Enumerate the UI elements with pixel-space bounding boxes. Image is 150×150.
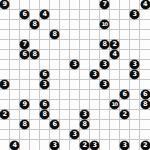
- cell-r3-c13[interactable]: [130, 30, 140, 40]
- cell-r2-c6[interactable]: [60, 20, 70, 30]
- cell-r7-c6[interactable]: [60, 70, 70, 80]
- cell-r3-c8[interactable]: [80, 30, 90, 40]
- cell-r7-c0[interactable]: [0, 70, 10, 80]
- shikaku-board: 9746438108782684333633333669610828328683…: [0, 0, 150, 150]
- cell-r8-c11[interactable]: [110, 80, 120, 90]
- cell-r7-c8[interactable]: [80, 70, 90, 80]
- cell-r12-c7[interactable]: [70, 120, 80, 130]
- cell-r10-c10[interactable]: [100, 100, 110, 110]
- cell-r3-c14[interactable]: [140, 30, 150, 40]
- cell-r14-c8[interactable]: 2: [80, 140, 90, 150]
- cell-r3-c3[interactable]: [30, 30, 40, 40]
- cell-r10-c6[interactable]: [60, 100, 70, 110]
- cell-r3-c4[interactable]: [40, 30, 50, 40]
- cell-r0-c10[interactable]: 7: [100, 0, 110, 10]
- cell-r7-c14[interactable]: [140, 70, 150, 80]
- cell-r0-c3[interactable]: [30, 0, 40, 10]
- cell-r9-c5[interactable]: [50, 90, 60, 100]
- cell-r12-c14[interactable]: [140, 120, 150, 130]
- cell-r11-c13[interactable]: [130, 110, 140, 120]
- clue-disc[interactable]: 6: [20, 10, 29, 19]
- clue-disc[interactable]: 6: [120, 90, 129, 99]
- cell-r4-c1[interactable]: [10, 40, 20, 50]
- clue-disc[interactable]: 3: [120, 141, 129, 150]
- cell-r5-c10[interactable]: [100, 50, 110, 60]
- cell-r5-c0[interactable]: [0, 50, 10, 60]
- cell-r8-c1[interactable]: [10, 80, 20, 90]
- cell-r13-c0[interactable]: [0, 130, 10, 140]
- clue-disc[interactable]: 8: [80, 120, 89, 129]
- cell-r5-c9[interactable]: [90, 50, 100, 60]
- clue-disc[interactable]: 6: [40, 70, 49, 79]
- cell-r9-c14[interactable]: 6: [140, 90, 150, 100]
- cell-r9-c1[interactable]: [10, 90, 20, 100]
- cell-r11-c5[interactable]: [50, 110, 60, 120]
- cell-r14-c13[interactable]: [130, 140, 140, 150]
- cell-r11-c10[interactable]: [100, 110, 110, 120]
- cell-r4-c3[interactable]: [30, 40, 40, 50]
- cell-r10-c0[interactable]: [0, 100, 10, 110]
- cell-r14-c6[interactable]: [60, 140, 70, 150]
- clue-disc[interactable]: 6: [141, 90, 150, 99]
- clue-disc[interactable]: 6: [40, 100, 49, 109]
- cell-r14-c0[interactable]: [0, 140, 10, 150]
- clue-disc[interactable]: 3: [90, 141, 99, 150]
- cell-r4-c5[interactable]: [50, 40, 60, 50]
- cell-r1-c1[interactable]: [10, 10, 20, 20]
- cell-r0-c14[interactable]: 4: [140, 0, 150, 10]
- cell-r8-c3[interactable]: [30, 80, 40, 90]
- cell-r13-c13[interactable]: [130, 130, 140, 140]
- cell-r14-c14[interactable]: 2: [140, 140, 150, 150]
- cell-r9-c10[interactable]: [100, 90, 110, 100]
- cell-r9-c13[interactable]: [130, 90, 140, 100]
- cell-r8-c12[interactable]: [120, 80, 130, 90]
- cell-r3-c1[interactable]: [10, 30, 20, 40]
- cell-r12-c4[interactable]: [40, 120, 50, 130]
- cell-r12-c9[interactable]: [90, 120, 100, 130]
- cell-r13-c1[interactable]: [10, 130, 20, 140]
- cell-r1-c2[interactable]: 6: [20, 10, 30, 20]
- cell-r10-c14[interactable]: 8: [140, 100, 150, 110]
- cell-r12-c12[interactable]: [120, 120, 130, 130]
- clue-disc[interactable]: 8: [40, 110, 49, 119]
- clue-disc[interactable]: 10: [100, 20, 109, 29]
- cell-r6-c6[interactable]: [60, 60, 70, 70]
- cell-r12-c1[interactable]: [10, 120, 20, 130]
- cell-r1-c7[interactable]: [70, 10, 80, 20]
- cell-r3-c10[interactable]: [100, 30, 110, 40]
- cell-r7-c5[interactable]: [50, 70, 60, 80]
- cell-r12-c13[interactable]: [130, 120, 140, 130]
- cell-r2-c13[interactable]: [130, 20, 140, 30]
- cell-r4-c9[interactable]: [90, 40, 100, 50]
- cell-r0-c1[interactable]: [10, 0, 20, 10]
- cell-r2-c11[interactable]: [110, 20, 120, 30]
- cell-r1-c12[interactable]: [120, 10, 130, 20]
- cell-r4-c13[interactable]: [130, 40, 140, 50]
- cell-r2-c2[interactable]: [20, 20, 30, 30]
- clue-disc[interactable]: 2: [110, 40, 119, 49]
- cell-r7-c12[interactable]: [120, 70, 130, 80]
- cell-r4-c8[interactable]: [80, 40, 90, 50]
- cell-r6-c13[interactable]: 3: [130, 60, 140, 70]
- cell-r14-c3[interactable]: [30, 140, 40, 150]
- clue-disc[interactable]: 8: [30, 20, 39, 29]
- cell-r2-c14[interactable]: [140, 20, 150, 30]
- cell-r8-c7[interactable]: [70, 80, 80, 90]
- cell-r2-c9[interactable]: [90, 20, 100, 30]
- cell-r11-c14[interactable]: [140, 110, 150, 120]
- cell-r4-c0[interactable]: [0, 40, 10, 50]
- cell-r7-c10[interactable]: [100, 70, 110, 80]
- cell-r7-c3[interactable]: [30, 70, 40, 80]
- cell-r6-c5[interactable]: [50, 60, 60, 70]
- cell-r11-c1[interactable]: [10, 110, 20, 120]
- clue-disc[interactable]: 4: [10, 141, 19, 150]
- clue-disc[interactable]: 8: [141, 100, 150, 109]
- cell-r1-c9[interactable]: [90, 10, 100, 20]
- clue-disc[interactable]: 8: [100, 40, 109, 49]
- cell-r14-c2[interactable]: [20, 140, 30, 150]
- cell-r8-c9[interactable]: [90, 80, 100, 90]
- cell-r9-c2[interactable]: [20, 90, 30, 100]
- cell-r3-c0[interactable]: [0, 30, 10, 40]
- cell-r12-c6[interactable]: [60, 120, 70, 130]
- cell-r8-c8[interactable]: [80, 80, 90, 90]
- cell-r2-c5[interactable]: [50, 20, 60, 30]
- cell-r0-c6[interactable]: [60, 0, 70, 10]
- cell-r4-c10[interactable]: 8: [100, 40, 110, 50]
- cell-r11-c6[interactable]: [60, 110, 70, 120]
- cell-r1-c5[interactable]: [50, 10, 60, 20]
- cell-r4-c12[interactable]: [120, 40, 130, 50]
- clue-disc[interactable]: 3: [130, 10, 139, 19]
- cell-r9-c9[interactable]: [90, 90, 100, 100]
- cell-r1-c13[interactable]: 3: [130, 10, 140, 20]
- cell-r5-c5[interactable]: [50, 50, 60, 60]
- cell-r5-c11[interactable]: 4: [110, 50, 120, 60]
- cell-r14-c11[interactable]: [110, 140, 120, 150]
- cell-r2-c12[interactable]: [120, 20, 130, 30]
- cell-r8-c5[interactable]: [50, 80, 60, 90]
- cell-r3-c9[interactable]: [90, 30, 100, 40]
- cell-r10-c9[interactable]: [90, 100, 100, 110]
- clue-disc[interactable]: 6: [20, 50, 29, 59]
- clue-disc[interactable]: 8: [20, 120, 29, 129]
- clue-disc[interactable]: 8: [50, 30, 59, 39]
- cell-r13-c2[interactable]: [20, 130, 30, 140]
- cell-r13-c7[interactable]: 3: [70, 130, 80, 140]
- cell-r0-c9[interactable]: [90, 0, 100, 10]
- cell-r7-c13[interactable]: 3: [130, 70, 140, 80]
- cell-r13-c4[interactable]: [40, 130, 50, 140]
- cell-r0-c5[interactable]: [50, 0, 60, 10]
- cell-r8-c10[interactable]: 3: [100, 80, 110, 90]
- cell-r1-c0[interactable]: [0, 10, 10, 20]
- clue-disc[interactable]: 10: [110, 100, 119, 109]
- cell-r6-c9[interactable]: [90, 60, 100, 70]
- cell-r0-c2[interactable]: [20, 0, 30, 10]
- cell-r5-c13[interactable]: [130, 50, 140, 60]
- cell-r8-c0[interactable]: 3: [0, 80, 10, 90]
- cell-r14-c9[interactable]: 3: [90, 140, 100, 150]
- cell-r9-c12[interactable]: 6: [120, 90, 130, 100]
- clue-disc[interactable]: 3: [70, 130, 79, 139]
- cell-r5-c1[interactable]: [10, 50, 20, 60]
- cell-r11-c2[interactable]: [20, 110, 30, 120]
- cell-r7-c1[interactable]: [10, 70, 20, 80]
- cell-r14-c5[interactable]: 3: [50, 140, 60, 150]
- cell-r2-c10[interactable]: 10: [100, 20, 110, 30]
- cell-r3-c11[interactable]: [110, 30, 120, 40]
- cell-r5-c6[interactable]: [60, 50, 70, 60]
- cell-r1-c8[interactable]: [80, 10, 90, 20]
- cell-r11-c0[interactable]: 2: [0, 110, 10, 120]
- cell-r1-c10[interactable]: [100, 10, 110, 20]
- cell-r14-c12[interactable]: 3: [120, 140, 130, 150]
- cell-r2-c0[interactable]: [0, 20, 10, 30]
- cell-r2-c3[interactable]: 8: [30, 20, 40, 30]
- cell-r9-c11[interactable]: [110, 90, 120, 100]
- cell-r12-c11[interactable]: [110, 120, 120, 130]
- cell-r13-c11[interactable]: [110, 130, 120, 140]
- puzzle-board-wrapper: 9746438108782684333633333669610828328683…: [0, 0, 150, 150]
- clue-disc[interactable]: 2: [0, 110, 9, 119]
- cell-r10-c5[interactable]: [50, 100, 60, 110]
- cell-r8-c14[interactable]: [140, 80, 150, 90]
- cell-r6-c12[interactable]: [120, 60, 130, 70]
- clue-disc[interactable]: 4: [40, 10, 49, 19]
- cell-r13-c9[interactable]: [90, 130, 100, 140]
- clue-disc[interactable]: 3: [40, 80, 49, 89]
- cell-r11-c7[interactable]: [70, 110, 80, 120]
- cell-r13-c14[interactable]: [140, 130, 150, 140]
- cell-r8-c13[interactable]: [130, 80, 140, 90]
- clue-disc[interactable]: 4: [141, 0, 150, 9]
- clue-disc[interactable]: 8: [30, 50, 39, 59]
- cell-r10-c3[interactable]: [30, 100, 40, 110]
- cell-r10-c13[interactable]: [130, 100, 140, 110]
- cell-r12-c3[interactable]: [30, 120, 40, 130]
- cell-r5-c3[interactable]: 8: [30, 50, 40, 60]
- cell-r2-c8[interactable]: [80, 20, 90, 30]
- cell-r11-c4[interactable]: 8: [40, 110, 50, 120]
- cell-r1-c11[interactable]: [110, 10, 120, 20]
- cell-r2-c7[interactable]: [70, 20, 80, 30]
- cell-r8-c4[interactable]: 3: [40, 80, 50, 90]
- clue-disc[interactable]: 3: [90, 70, 99, 79]
- cell-r11-c8[interactable]: 3: [80, 110, 90, 120]
- cell-r13-c3[interactable]: [30, 130, 40, 140]
- cell-r14-c7[interactable]: [70, 140, 80, 150]
- cell-r8-c2[interactable]: [20, 80, 30, 90]
- cell-r11-c11[interactable]: [110, 110, 120, 120]
- cell-r7-c2[interactable]: [20, 70, 30, 80]
- cell-r3-c12[interactable]: [120, 30, 130, 40]
- cell-r7-c7[interactable]: [70, 70, 80, 80]
- cell-r3-c6[interactable]: [60, 30, 70, 40]
- clue-disc[interactable]: 2: [120, 110, 129, 119]
- cell-r6-c10[interactable]: 3: [100, 60, 110, 70]
- cell-r4-c11[interactable]: 2: [110, 40, 120, 50]
- cell-r7-c11[interactable]: [110, 70, 120, 80]
- cell-r12-c8[interactable]: 8: [80, 120, 90, 130]
- cell-r5-c8[interactable]: [80, 50, 90, 60]
- cell-r11-c9[interactable]: [90, 110, 100, 120]
- cell-r14-c1[interactable]: 4: [10, 140, 20, 150]
- clue-disc[interactable]: 4: [110, 50, 119, 59]
- cell-r14-c4[interactable]: [40, 140, 50, 150]
- cell-r9-c4[interactable]: [40, 90, 50, 100]
- cell-r6-c0[interactable]: [0, 60, 10, 70]
- cell-r13-c10[interactable]: [100, 130, 110, 140]
- clue-disc[interactable]: 3: [50, 141, 59, 150]
- cell-r4-c6[interactable]: [60, 40, 70, 50]
- cell-r10-c4[interactable]: 6: [40, 100, 50, 110]
- cell-r10-c8[interactable]: [80, 100, 90, 110]
- cell-r3-c2[interactable]: [20, 30, 30, 40]
- cell-r0-c11[interactable]: [110, 0, 120, 10]
- cell-r9-c3[interactable]: [30, 90, 40, 100]
- cell-r3-c5[interactable]: 8: [50, 30, 60, 40]
- cell-r13-c12[interactable]: [120, 130, 130, 140]
- cell-r7-c4[interactable]: 6: [40, 70, 50, 80]
- clue-disc[interactable]: 3: [80, 110, 89, 119]
- clue-disc[interactable]: 9: [0, 0, 9, 9]
- cell-r9-c0[interactable]: [0, 90, 10, 100]
- clue-disc[interactable]: 7: [100, 0, 109, 9]
- cell-r6-c3[interactable]: [30, 60, 40, 70]
- clue-disc[interactable]: 2: [80, 141, 89, 150]
- cell-r11-c3[interactable]: [30, 110, 40, 120]
- cell-r14-c10[interactable]: [100, 140, 110, 150]
- cell-r10-c1[interactable]: [10, 100, 20, 110]
- cell-r12-c2[interactable]: 8: [20, 120, 30, 130]
- cell-r1-c14[interactable]: [140, 10, 150, 20]
- cell-r4-c2[interactable]: 7: [20, 40, 30, 50]
- cell-r1-c4[interactable]: 4: [40, 10, 50, 20]
- cell-r0-c4[interactable]: [40, 0, 50, 10]
- clue-disc[interactable]: 3: [130, 60, 139, 69]
- cell-r6-c8[interactable]: [80, 60, 90, 70]
- cell-r5-c12[interactable]: [120, 50, 130, 60]
- cell-r9-c8[interactable]: [80, 90, 90, 100]
- cell-r4-c14[interactable]: [140, 40, 150, 50]
- cell-r13-c8[interactable]: [80, 130, 90, 140]
- cell-r9-c6[interactable]: [60, 90, 70, 100]
- clue-disc[interactable]: 7: [20, 40, 29, 49]
- cell-r10-c11[interactable]: 10: [110, 100, 120, 110]
- cell-r6-c2[interactable]: [20, 60, 30, 70]
- clue-disc[interactable]: 2: [141, 141, 150, 150]
- clue-disc[interactable]: 3: [0, 80, 9, 89]
- cell-r3-c7[interactable]: [70, 30, 80, 40]
- cell-r10-c7[interactable]: [70, 100, 80, 110]
- cell-r12-c0[interactable]: [0, 120, 10, 130]
- cell-r10-c12[interactable]: [120, 100, 130, 110]
- cell-r12-c5[interactable]: 6: [50, 120, 60, 130]
- cell-r5-c7[interactable]: [70, 50, 80, 60]
- cell-r6-c14[interactable]: [140, 60, 150, 70]
- cell-r2-c4[interactable]: [40, 20, 50, 30]
- cell-r6-c11[interactable]: [110, 60, 120, 70]
- clue-disc[interactable]: 3: [70, 60, 79, 69]
- cell-r6-c1[interactable]: [10, 60, 20, 70]
- cell-r8-c6[interactable]: [60, 80, 70, 90]
- cell-r1-c3[interactable]: [30, 10, 40, 20]
- cell-r0-c12[interactable]: [120, 0, 130, 10]
- clue-disc[interactable]: 6: [50, 120, 59, 129]
- cell-r12-c10[interactable]: [100, 120, 110, 130]
- cell-r10-c2[interactable]: 9: [20, 100, 30, 110]
- cell-r13-c5[interactable]: [50, 130, 60, 140]
- cell-r0-c13[interactable]: [130, 0, 140, 10]
- clue-disc[interactable]: 3: [100, 60, 109, 69]
- clue-disc[interactable]: 3: [100, 80, 109, 89]
- cell-r6-c4[interactable]: [40, 60, 50, 70]
- cell-r6-c7[interactable]: 3: [70, 60, 80, 70]
- cell-r4-c4[interactable]: [40, 40, 50, 50]
- cell-r1-c6[interactable]: [60, 10, 70, 20]
- cell-r7-c9[interactable]: 3: [90, 70, 100, 80]
- cell-r5-c4[interactable]: [40, 50, 50, 60]
- cell-r13-c6[interactable]: [60, 130, 70, 140]
- cell-r2-c1[interactable]: [10, 20, 20, 30]
- cell-r4-c7[interactable]: [70, 40, 80, 50]
- clue-disc[interactable]: 9: [20, 100, 29, 109]
- cell-r9-c7[interactable]: [70, 90, 80, 100]
- clue-disc[interactable]: 3: [130, 70, 139, 79]
- cell-r11-c12[interactable]: 2: [120, 110, 130, 120]
- cell-r5-c14[interactable]: [140, 50, 150, 60]
- cell-r0-c7[interactable]: [70, 0, 80, 10]
- cell-r5-c2[interactable]: 6: [20, 50, 30, 60]
- cell-r0-c0[interactable]: 9: [0, 0, 10, 10]
- cell-r0-c8[interactable]: [80, 0, 90, 10]
